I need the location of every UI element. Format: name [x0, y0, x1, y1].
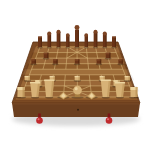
piece-light-soldier-e4[interactable] [74, 76, 81, 82]
photo-stage: Wooden Xiangqi (Chinese Chess) travel se… [0, 0, 150, 150]
piece-light-chariot-a1[interactable] [16, 87, 26, 99]
piece-dark-advisor-f10[interactable] [84, 33, 89, 48]
piece-dark-chariot-a10[interactable] [37, 37, 43, 49]
box-latch-pin [77, 109, 79, 111]
piece-dark-general-e10[interactable] [74, 25, 80, 48]
piece-dark-horse-h10[interactable] [102, 31, 107, 48]
board-scene [0, 0, 150, 150]
piece-light-soldier-i4[interactable] [124, 76, 131, 82]
piece-light-chariot-i1[interactable] [129, 87, 139, 99]
piece-dark-soldier-c7[interactable] [52, 59, 58, 65]
piece-dark-chariot-i10[interactable] [111, 37, 117, 49]
piece-dark-elephant-g10[interactable] [93, 30, 98, 49]
piece-dark-soldier-e7[interactable] [74, 59, 80, 65]
piece-dark-cannon-b8[interactable] [43, 53, 50, 60]
piece-dark-soldier-a7[interactable] [30, 59, 36, 65]
piece-dark-cannon-h8[interactable] [105, 53, 112, 60]
box-front-face [12, 103, 140, 117]
piece-dark-soldier-i7[interactable] [117, 59, 123, 65]
piece-light-soldier-a4[interactable] [24, 76, 31, 82]
piece-dark-elephant-c10[interactable] [56, 30, 61, 49]
piece-dark-soldier-g7[interactable] [96, 59, 102, 65]
piece-dark-horse-b10[interactable] [47, 31, 52, 48]
piece-dark-advisor-d10[interactable] [65, 33, 70, 48]
